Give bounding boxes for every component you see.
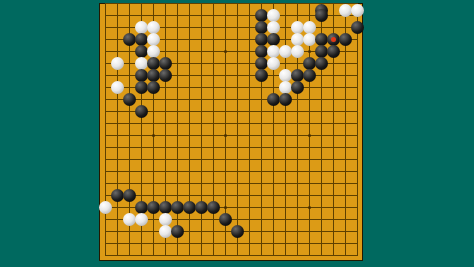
white-stone[interactable] <box>267 9 280 22</box>
white-stone[interactable] <box>147 45 160 58</box>
white-stone[interactable] <box>147 21 160 34</box>
black-stone[interactable] <box>291 69 304 82</box>
black-stone[interactable] <box>195 201 208 214</box>
black-stone[interactable] <box>135 33 148 46</box>
black-stone[interactable] <box>315 9 328 22</box>
black-stone[interactable] <box>315 45 328 58</box>
black-stone[interactable] <box>255 69 268 82</box>
black-stone[interactable] <box>279 93 292 106</box>
black-stone[interactable] <box>135 105 148 118</box>
white-stone[interactable] <box>303 21 316 34</box>
grid-line-horizontal <box>105 135 358 136</box>
black-stone[interactable] <box>255 57 268 70</box>
black-stone[interactable] <box>123 33 136 46</box>
black-stone[interactable] <box>135 45 148 58</box>
white-stone[interactable] <box>159 213 172 226</box>
white-stone[interactable] <box>351 4 364 17</box>
black-stone[interactable] <box>255 45 268 58</box>
grid-line-horizontal <box>105 195 358 196</box>
white-stone[interactable] <box>135 213 148 226</box>
black-stone[interactable] <box>219 213 232 226</box>
black-stone[interactable] <box>123 189 136 202</box>
white-stone[interactable] <box>135 57 148 70</box>
star-point <box>308 50 311 53</box>
black-stone[interactable] <box>159 69 172 82</box>
black-stone[interactable] <box>255 33 268 46</box>
black-stone[interactable] <box>183 201 196 214</box>
last-move-marker <box>331 37 336 42</box>
black-stone[interactable] <box>111 189 124 202</box>
white-stone[interactable] <box>267 57 280 70</box>
star-point <box>308 206 311 209</box>
black-stone[interactable] <box>303 69 316 82</box>
grid-line-horizontal <box>105 243 358 244</box>
grid-line-horizontal <box>105 123 358 124</box>
grid-line-horizontal <box>105 99 358 100</box>
star-point <box>224 206 227 209</box>
white-stone[interactable] <box>135 21 148 34</box>
black-stone[interactable] <box>123 93 136 106</box>
black-stone[interactable] <box>255 9 268 22</box>
white-stone[interactable] <box>291 33 304 46</box>
black-stone[interactable] <box>339 33 352 46</box>
black-stone[interactable] <box>327 45 340 58</box>
black-stone[interactable] <box>207 201 220 214</box>
white-stone[interactable] <box>123 213 136 226</box>
grid-line-horizontal <box>105 255 358 256</box>
white-stone[interactable] <box>291 21 304 34</box>
black-stone[interactable] <box>267 93 280 106</box>
star-point <box>224 134 227 137</box>
white-stone[interactable] <box>147 33 160 46</box>
star-point <box>224 50 227 53</box>
white-stone[interactable] <box>279 81 292 94</box>
white-stone[interactable] <box>303 33 316 46</box>
black-stone[interactable] <box>159 201 172 214</box>
black-stone[interactable] <box>135 81 148 94</box>
black-stone[interactable] <box>315 57 328 70</box>
black-stone[interactable] <box>171 225 184 238</box>
grid-line-horizontal <box>105 159 358 160</box>
white-stone[interactable] <box>339 4 352 17</box>
star-point <box>152 134 155 137</box>
white-stone[interactable] <box>99 201 112 214</box>
white-stone[interactable] <box>111 57 124 70</box>
grid-line-horizontal <box>105 171 358 172</box>
black-stone[interactable] <box>147 81 160 94</box>
grid-line-horizontal <box>105 183 358 184</box>
black-stone[interactable] <box>147 201 160 214</box>
grid-line-horizontal <box>105 147 358 148</box>
black-stone[interactable] <box>315 33 328 46</box>
black-stone[interactable] <box>231 225 244 238</box>
black-stone[interactable] <box>147 57 160 70</box>
black-stone[interactable] <box>255 21 268 34</box>
black-stone[interactable] <box>135 69 148 82</box>
black-stone[interactable] <box>171 201 184 214</box>
white-stone[interactable] <box>279 45 292 58</box>
black-stone[interactable] <box>159 57 172 70</box>
white-stone[interactable] <box>291 45 304 58</box>
black-stone[interactable] <box>135 201 148 214</box>
black-stone[interactable] <box>351 21 364 34</box>
go-board[interactable] <box>99 3 363 261</box>
black-stone[interactable] <box>267 33 280 46</box>
white-stone[interactable] <box>267 21 280 34</box>
black-stone[interactable] <box>291 81 304 94</box>
black-stone[interactable] <box>147 69 160 82</box>
star-point <box>308 134 311 137</box>
white-stone[interactable] <box>267 45 280 58</box>
white-stone[interactable] <box>159 225 172 238</box>
white-stone[interactable] <box>111 81 124 94</box>
white-stone[interactable] <box>279 69 292 82</box>
black-stone[interactable] <box>303 57 316 70</box>
